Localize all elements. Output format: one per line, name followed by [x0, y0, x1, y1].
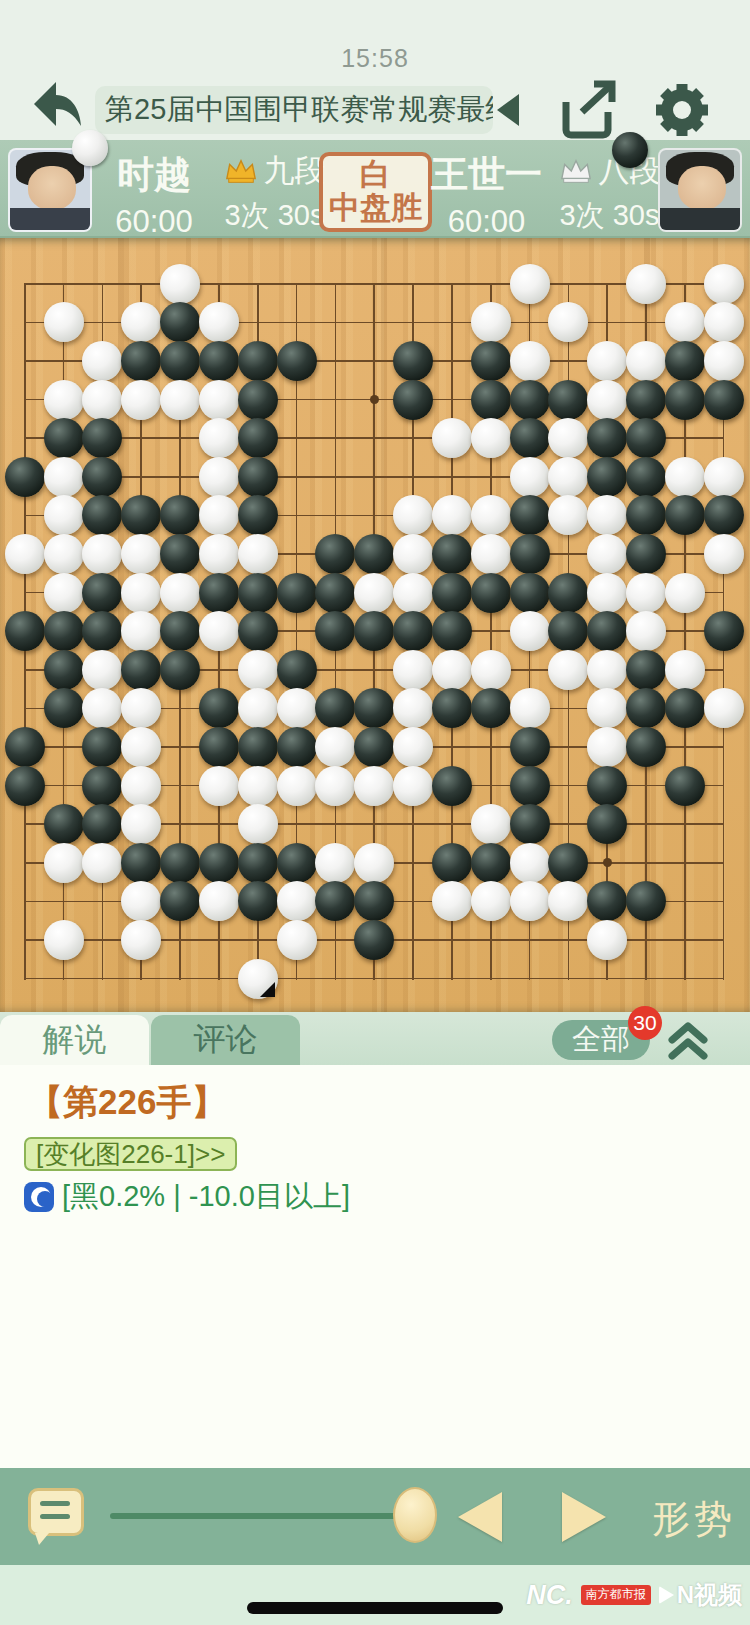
stone-black — [510, 418, 550, 458]
stone-white — [121, 804, 161, 844]
right-player-clock: 60:00 — [448, 204, 526, 240]
result-stamp: 白 中盘胜 — [319, 152, 432, 232]
stone-white — [199, 380, 239, 420]
stone-white — [121, 766, 161, 806]
stone-black — [510, 495, 550, 535]
tabs-row: 解说 评论 全部 30 — [0, 1012, 750, 1065]
stone-black — [82, 727, 122, 767]
stone-white — [626, 611, 666, 651]
nav-bar: 第25届中国围甲联赛常规赛最终轮 — [0, 84, 750, 140]
stone-black — [587, 881, 627, 921]
stone-black — [277, 573, 317, 613]
stone-black — [393, 341, 433, 381]
stone-white — [587, 727, 627, 767]
left-player-rank: 九段 — [264, 150, 326, 192]
stone-white — [44, 534, 84, 574]
stone-black — [665, 766, 705, 806]
stone-black — [5, 611, 45, 651]
stone-black — [626, 418, 666, 458]
stone-black — [315, 611, 355, 651]
stone-black — [354, 727, 394, 767]
stone-white — [354, 573, 394, 613]
stone-black — [704, 611, 744, 651]
stone-black — [238, 843, 278, 883]
stone-white — [510, 457, 550, 497]
stone-black — [160, 341, 200, 381]
stone-white — [82, 843, 122, 883]
stone-black — [5, 766, 45, 806]
stone-black — [626, 650, 666, 690]
share-button[interactable] — [552, 76, 622, 150]
stone-white — [277, 688, 317, 728]
stone-black — [510, 573, 550, 613]
territory-review-button[interactable]: 形势 — [652, 1494, 736, 1545]
match-title-pill[interactable]: 第25届中国围甲联赛常规赛最终轮 — [95, 86, 493, 134]
stone-white — [704, 341, 744, 381]
stone-white — [315, 727, 355, 767]
stone-black — [199, 573, 239, 613]
move-number-title: 【第226手】 — [28, 1079, 226, 1126]
stone-white — [160, 573, 200, 613]
stone-white — [510, 881, 550, 921]
stone-black — [315, 534, 355, 574]
stone-black — [510, 766, 550, 806]
stone-black — [160, 534, 200, 574]
stone-white — [510, 688, 550, 728]
stone-black — [510, 727, 550, 767]
stone-white — [432, 418, 472, 458]
back-button[interactable] — [18, 68, 88, 138]
stone-white — [121, 920, 161, 960]
stone-black — [199, 688, 239, 728]
stone-black — [277, 341, 317, 381]
nc-logo: NC. — [526, 1580, 573, 1611]
stone-white — [471, 804, 511, 844]
stone-black — [665, 380, 705, 420]
stone-white — [160, 380, 200, 420]
stone-white — [393, 766, 433, 806]
stone-black — [548, 380, 588, 420]
stone-white — [471, 650, 511, 690]
stone-white — [121, 534, 161, 574]
watermark: NC. 南方都市报 N视频 — [526, 1579, 742, 1611]
stone-black — [548, 611, 588, 651]
stone-black — [665, 341, 705, 381]
stone-black — [238, 611, 278, 651]
stone-white — [238, 959, 278, 999]
stone-white — [44, 302, 84, 342]
stone-white — [160, 264, 200, 304]
stone-white — [315, 843, 355, 883]
stone-black — [432, 534, 472, 574]
stone-white — [548, 650, 588, 690]
last-move-marker — [260, 982, 275, 997]
app-screen: 15:58 第25届中国围甲联赛常规赛最终轮 — [0, 0, 750, 1625]
stone-white — [82, 688, 122, 728]
stone-white — [471, 495, 511, 535]
stone-black — [160, 881, 200, 921]
stone-white — [44, 573, 84, 613]
double-chevron-up-icon — [666, 1018, 710, 1062]
stone-white — [548, 418, 588, 458]
crown-gold-icon — [224, 158, 258, 184]
stone-white — [704, 534, 744, 574]
stone-white — [548, 881, 588, 921]
stone-black — [238, 341, 278, 381]
stone-white — [121, 380, 161, 420]
stone-black — [277, 727, 317, 767]
newspaper-badge: 南方都市报 — [581, 1585, 651, 1604]
board-grid — [24, 283, 724, 980]
stone-black — [160, 495, 200, 535]
stone-black — [82, 573, 122, 613]
stone-white — [587, 341, 627, 381]
stone-black — [587, 457, 627, 497]
stone-black — [82, 766, 122, 806]
stone-white — [665, 302, 705, 342]
stone-white — [44, 843, 84, 883]
stone-white — [199, 534, 239, 574]
stone-white — [82, 650, 122, 690]
stone-black — [160, 650, 200, 690]
stone-black — [44, 688, 84, 728]
match-title: 第25届中国围甲联赛常规赛最终轮 — [105, 90, 493, 130]
stone-black — [82, 495, 122, 535]
stone-black — [121, 650, 161, 690]
stone-white — [199, 495, 239, 535]
stone-white — [82, 380, 122, 420]
stone-black — [354, 611, 394, 651]
stone-black — [471, 688, 511, 728]
stone-white — [199, 302, 239, 342]
stone-white — [393, 573, 433, 613]
avatar-body — [660, 208, 740, 230]
tab-commentary[interactable]: 解说 — [0, 1015, 149, 1065]
stone-white — [432, 495, 472, 535]
stone-white — [471, 418, 511, 458]
stone-black — [277, 650, 317, 690]
stone-black — [121, 843, 161, 883]
stone-white — [510, 264, 550, 304]
stone-black — [238, 457, 278, 497]
stone-white — [121, 611, 161, 651]
stone-black — [432, 688, 472, 728]
stone-black — [238, 495, 278, 535]
stone-white — [510, 611, 550, 651]
stone-white — [626, 264, 666, 304]
right-player-name: 王世一 — [431, 150, 542, 200]
stone-black — [354, 881, 394, 921]
stone-black — [432, 573, 472, 613]
stone-white — [665, 457, 705, 497]
share-icon — [552, 76, 622, 146]
move-progress-slider[interactable] — [110, 1513, 432, 1519]
black-stone-indicator — [612, 132, 648, 168]
stone-white — [704, 688, 744, 728]
stone-black — [238, 727, 278, 767]
stone-white — [587, 573, 627, 613]
stone-black — [199, 727, 239, 767]
title-marquee-icon — [497, 94, 519, 126]
stone-black — [471, 573, 511, 613]
stone-black — [587, 804, 627, 844]
stone-white — [548, 457, 588, 497]
previous-move-button[interactable] — [458, 1492, 502, 1542]
stone-black — [121, 341, 161, 381]
avatar-face — [28, 166, 76, 210]
left-player-byoyomi: 3次 30s — [225, 196, 325, 236]
stone-black — [393, 380, 433, 420]
stone-black — [238, 418, 278, 458]
stone-black — [393, 611, 433, 651]
stone-white — [665, 573, 705, 613]
stone-white — [44, 457, 84, 497]
ai-analysis-row: [黑0.2% | -10.0目以上] — [24, 1177, 350, 1217]
slider-knob[interactable] — [393, 1487, 437, 1543]
stone-black — [199, 843, 239, 883]
stone-white — [393, 495, 433, 535]
stone-white — [199, 611, 239, 651]
stone-white — [121, 881, 161, 921]
stone-white — [587, 650, 627, 690]
stone-white — [471, 302, 511, 342]
stone-white — [587, 920, 627, 960]
stone-white — [393, 534, 433, 574]
stone-white — [238, 534, 278, 574]
stone-white — [354, 766, 394, 806]
stone-black — [44, 650, 84, 690]
stone-black — [548, 573, 588, 613]
play-logo-icon — [659, 1586, 674, 1604]
stone-white — [548, 495, 588, 535]
stone-black — [432, 766, 472, 806]
stone-white — [471, 881, 511, 921]
stone-black — [354, 920, 394, 960]
stone-black — [354, 534, 394, 574]
stone-black — [5, 727, 45, 767]
go-board[interactable] — [0, 238, 750, 1012]
stone-white — [510, 843, 550, 883]
stone-black — [315, 573, 355, 613]
gear-icon — [642, 70, 722, 150]
stone-black — [160, 611, 200, 651]
left-player-clock: 60:00 — [115, 204, 193, 240]
stone-black — [354, 688, 394, 728]
stone-white — [432, 650, 472, 690]
stone-white — [704, 302, 744, 342]
stone-white — [587, 688, 627, 728]
stone-white — [626, 573, 666, 613]
right-player-byoyomi: 3次 30s — [560, 196, 660, 236]
crown-silver-icon — [559, 158, 593, 184]
stone-white — [665, 650, 705, 690]
stone-black — [160, 302, 200, 342]
stone-black — [626, 534, 666, 574]
ai-engine-icon — [24, 1182, 54, 1212]
playback-bar: 形势 — [0, 1468, 750, 1565]
stone-black — [199, 341, 239, 381]
stone-white — [238, 650, 278, 690]
stone-black — [587, 611, 627, 651]
player-bar: 时越 60:00 九段 3次 30s 白 中盘胜 王世一 60:00 — [0, 140, 750, 238]
stone-black — [315, 688, 355, 728]
stone-black — [626, 495, 666, 535]
stone-white — [44, 920, 84, 960]
stone-black — [510, 380, 550, 420]
stone-white — [393, 727, 433, 767]
stone-white — [238, 688, 278, 728]
chat-button[interactable] — [28, 1488, 84, 1536]
tab-comments[interactable]: 评论 — [151, 1015, 300, 1065]
stone-black — [626, 727, 666, 767]
bottom-strip: NC. 南方都市报 N视频 — [0, 1565, 750, 1625]
avatar-face — [678, 166, 726, 210]
stone-black — [626, 688, 666, 728]
stone-white — [82, 534, 122, 574]
stone-white — [587, 534, 627, 574]
stone-white — [5, 534, 45, 574]
stone-white — [44, 380, 84, 420]
stone-white — [471, 534, 511, 574]
stone-white — [121, 302, 161, 342]
stone-white — [704, 264, 744, 304]
status-bar: 15:58 — [0, 0, 750, 84]
stone-black — [315, 881, 355, 921]
stone-white — [393, 688, 433, 728]
stone-black — [471, 341, 511, 381]
avatar-body — [10, 208, 90, 230]
stone-black — [665, 495, 705, 535]
stone-white — [238, 804, 278, 844]
variation-link[interactable]: [变化图226-1]>> — [24, 1137, 237, 1171]
stone-white — [238, 766, 278, 806]
stone-black — [82, 804, 122, 844]
stone-white — [199, 418, 239, 458]
commentary-panel: 【第226手】 [变化图226-1]>> [黑0.2% | -10.0目以上] — [0, 1065, 750, 1468]
stone-white — [199, 766, 239, 806]
stone-white — [277, 766, 317, 806]
result-stamp-line2: 中盘胜 — [329, 192, 422, 225]
result-stamp-line1: 白 — [360, 159, 391, 192]
left-player-name: 时越 — [117, 150, 191, 200]
stone-white — [393, 650, 433, 690]
star-point — [370, 395, 379, 404]
collapse-panel-button[interactable] — [666, 1018, 710, 1066]
stone-white — [315, 766, 355, 806]
status-time: 15:58 — [0, 44, 750, 73]
stone-white — [199, 457, 239, 497]
ai-analysis-text: [黑0.2% | -10.0目以上] — [62, 1177, 350, 1217]
stone-black — [510, 534, 550, 574]
stone-white — [199, 881, 239, 921]
stone-black — [548, 843, 588, 883]
stone-black — [160, 843, 200, 883]
back-arrow-icon — [18, 68, 88, 138]
stone-black — [471, 843, 511, 883]
star-point — [603, 858, 612, 867]
nvideo-label: N视频 — [677, 1579, 742, 1611]
stone-white — [121, 688, 161, 728]
stone-black — [82, 611, 122, 651]
stone-black — [432, 843, 472, 883]
stone-white — [121, 573, 161, 613]
white-stone-indicator — [72, 130, 108, 166]
stone-white — [354, 843, 394, 883]
stone-black — [626, 457, 666, 497]
stone-black — [704, 380, 744, 420]
stone-white — [277, 881, 317, 921]
stone-black — [471, 380, 511, 420]
stone-black — [44, 804, 84, 844]
home-indicator[interactable] — [247, 1602, 503, 1614]
stone-white — [277, 920, 317, 960]
stone-white — [510, 341, 550, 381]
stone-black — [626, 881, 666, 921]
avatar-right-player[interactable] — [658, 148, 742, 232]
stone-black — [5, 457, 45, 497]
stone-black — [626, 380, 666, 420]
unread-count-badge: 30 — [628, 1006, 662, 1040]
stone-white — [82, 341, 122, 381]
stone-black — [510, 804, 550, 844]
stone-black — [82, 457, 122, 497]
stone-white — [587, 495, 627, 535]
stone-white — [44, 495, 84, 535]
stone-black — [704, 495, 744, 535]
stone-black — [121, 495, 161, 535]
stone-black — [82, 418, 122, 458]
stone-black — [587, 418, 627, 458]
stone-black — [44, 418, 84, 458]
stone-black — [238, 380, 278, 420]
stone-black — [238, 881, 278, 921]
stone-white — [704, 457, 744, 497]
stone-black — [432, 611, 472, 651]
next-move-button[interactable] — [562, 1492, 606, 1542]
stone-white — [587, 380, 627, 420]
stone-white — [432, 881, 472, 921]
stone-white — [121, 727, 161, 767]
stone-black — [238, 573, 278, 613]
stone-white — [548, 302, 588, 342]
stone-black — [44, 611, 84, 651]
stone-black — [587, 766, 627, 806]
stone-black — [665, 688, 705, 728]
stone-black — [277, 843, 317, 883]
stone-white — [626, 341, 666, 381]
